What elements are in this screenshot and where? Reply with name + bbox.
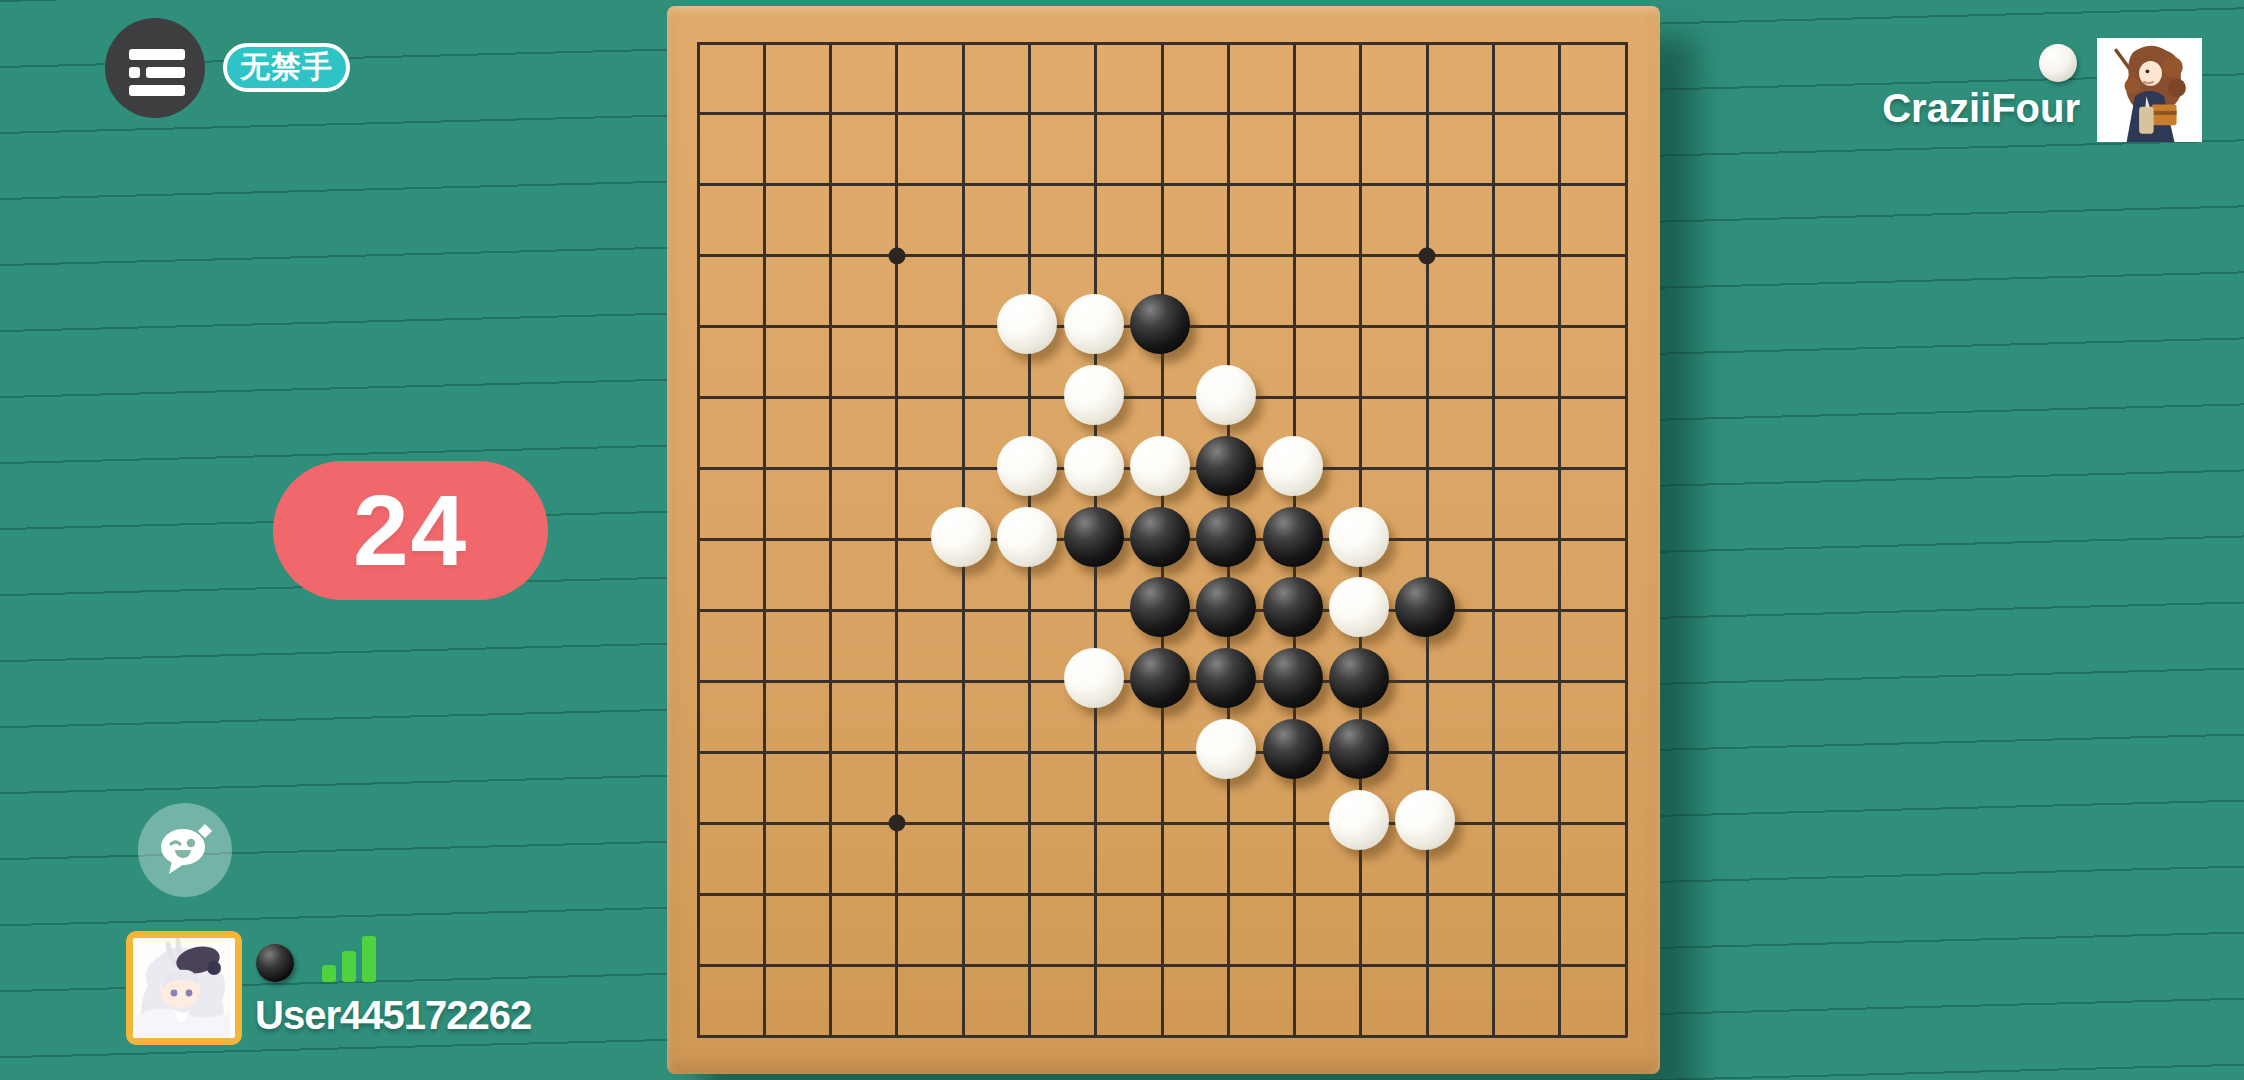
stone-white (997, 294, 1057, 354)
stone-white (1263, 436, 1323, 496)
board-grid[interactable] (698, 43, 1626, 1036)
stone-white (1395, 790, 1455, 850)
menu-button[interactable] (105, 18, 205, 118)
stone-black (1196, 507, 1256, 567)
top-player-stone-indicator-white (2039, 44, 2077, 82)
stone-white (997, 507, 1057, 567)
stone-black (1130, 577, 1190, 637)
stone-black (1130, 294, 1190, 354)
hamburger-icon-dot (129, 67, 140, 78)
stone-white (1196, 719, 1256, 779)
rule-badge: 无禁手 (223, 43, 350, 92)
signal-bar (342, 951, 356, 982)
stone-black (1263, 648, 1323, 708)
stone-black (1064, 507, 1124, 567)
rule-badge-label: 无禁手 (240, 47, 333, 88)
grid-line-vertical (1492, 42, 1495, 1037)
stone-white (1064, 648, 1124, 708)
grid-line-horizontal (697, 893, 1627, 896)
game-screen: 无禁手 24 User44517 (0, 0, 2244, 1080)
anime-girl-avatar-image (133, 938, 235, 1038)
stone-black (1196, 577, 1256, 637)
star-point (888, 815, 905, 832)
top-player-avatar[interactable] (2097, 38, 2202, 142)
stone-white (1329, 507, 1389, 567)
star-point (1419, 247, 1436, 264)
stone-white (997, 436, 1057, 496)
hamburger-icon-bar2 (129, 85, 185, 96)
stone-white (1329, 790, 1389, 850)
stone-black (1263, 507, 1323, 567)
stone-black (1263, 577, 1323, 637)
stone-black (1196, 436, 1256, 496)
star-point (888, 247, 905, 264)
connection-signal-bars (322, 936, 378, 982)
stone-white (1064, 294, 1124, 354)
grid-line-vertical (1426, 42, 1429, 1037)
top-player-name: CraziiFour (1882, 86, 2080, 131)
stone-black (1329, 719, 1389, 779)
wizard-character-avatar-image (2097, 38, 2202, 142)
signal-bar (362, 936, 376, 982)
hamburger-icon (129, 49, 185, 60)
hamburger-icon-bar (146, 67, 185, 78)
grid-line-horizontal (697, 1035, 1627, 1038)
stone-black (1263, 719, 1323, 779)
bottom-player-stone-indicator-black (256, 944, 294, 982)
stone-black (1130, 648, 1190, 708)
grid-line-horizontal (697, 751, 1627, 754)
stone-white (931, 507, 991, 567)
stone-white (1130, 436, 1190, 496)
grid-line-vertical (1625, 42, 1628, 1037)
grid-line-horizontal (697, 964, 1627, 967)
grid-line-horizontal (697, 822, 1627, 825)
bottom-player-avatar[interactable] (126, 931, 242, 1045)
stone-white (1329, 577, 1389, 637)
grid-line-vertical (1558, 42, 1561, 1037)
bottom-player-name: User445172262 (255, 993, 531, 1038)
stone-white (1196, 365, 1256, 425)
stone-white (1064, 365, 1124, 425)
stone-white (1064, 436, 1124, 496)
chat-bubble-icon (154, 820, 216, 880)
gomoku-board[interactable] (667, 6, 1660, 1074)
stone-black (1130, 507, 1190, 567)
stone-black (1395, 577, 1455, 637)
stone-black (1196, 648, 1256, 708)
stone-black (1329, 648, 1389, 708)
signal-bar (322, 965, 336, 982)
move-timer: 24 (273, 461, 548, 600)
move-timer-value: 24 (353, 473, 468, 588)
chat-button[interactable] (138, 803, 232, 897)
